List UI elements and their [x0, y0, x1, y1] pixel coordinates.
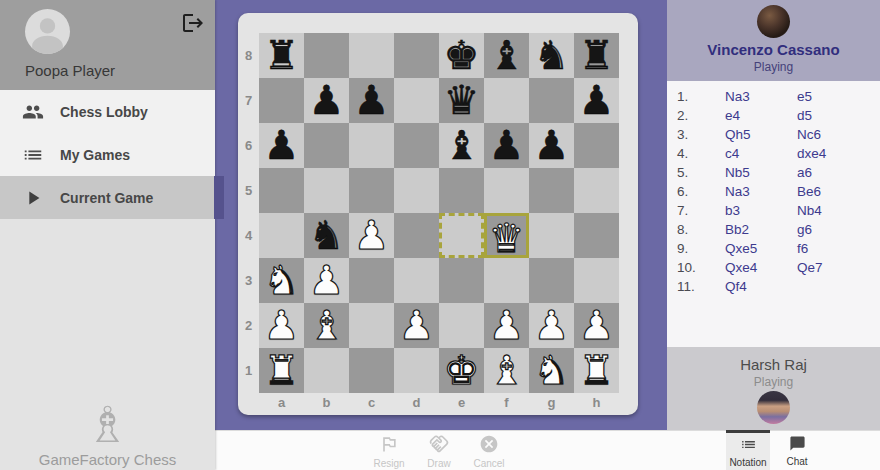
rank-label-6: 6 — [238, 123, 259, 168]
move-row: 11.Qf4 — [667, 277, 880, 296]
square-f4[interactable]: ♛ — [484, 213, 529, 258]
file-label-g: g — [529, 393, 574, 415]
tab-notation-label: Notation — [729, 457, 766, 468]
square-d8[interactable] — [394, 33, 439, 78]
sidebar-nav: Chess Lobby My Games Current Game — [0, 90, 215, 219]
black-pawn-h7: ♟ — [574, 78, 619, 122]
square-e6[interactable]: ♝ — [439, 123, 484, 168]
black-move — [797, 277, 880, 296]
square-h7[interactable]: ♟ — [574, 78, 619, 123]
file-label-c: c — [349, 393, 394, 415]
move-row: 5.Nb5a6 — [667, 163, 880, 182]
sidebar-item-label: Current Game — [60, 190, 153, 206]
rank-label-3: 3 — [238, 258, 259, 303]
square-d1[interactable] — [394, 348, 439, 393]
tab-notation[interactable]: Notation — [726, 430, 770, 470]
move-number: 5. — [677, 163, 725, 182]
black-move[interactable]: dxe4 — [797, 144, 880, 163]
board-area: 87654321 ♜♚♝♞♜♟♟♛♟♟♝♟♟♞♟♛♞♟♟♝♟♟♟♟♜♚♝♞♜ a… — [215, 0, 667, 430]
white-move[interactable]: Qxe5 — [725, 239, 797, 258]
tab-chat[interactable]: Chat — [774, 430, 820, 470]
square-g4[interactable] — [529, 213, 574, 258]
square-c7[interactable]: ♟ — [349, 78, 394, 123]
sidebar-item-label: My Games — [60, 147, 130, 163]
board-grid: ♜♚♝♞♜♟♟♛♟♟♝♟♟♞♟♛♞♟♟♝♟♟♟♟♜♚♝♞♜ — [259, 33, 619, 393]
move-number: 1. — [677, 87, 725, 106]
square-d2[interactable]: ♟ — [394, 303, 439, 348]
opponent-status: Playing — [667, 60, 880, 74]
cancel-button[interactable]: Cancel — [464, 431, 514, 470]
rank-labels: 87654321 — [238, 33, 259, 393]
move-number: 7. — [677, 201, 725, 220]
square-h6[interactable] — [574, 123, 619, 168]
square-b3[interactable]: ♟ — [304, 258, 349, 303]
square-f5[interactable] — [484, 168, 529, 213]
black-move[interactable]: g6 — [797, 220, 880, 239]
bottom-bar: Resign Draw Cancel Notation — [215, 430, 880, 470]
white-bishop-b2: ♝ — [304, 303, 349, 347]
black-move[interactable]: d5 — [797, 106, 880, 125]
draw-label: Draw — [427, 458, 450, 469]
white-knight-a3: ♞ — [259, 258, 304, 302]
black-move[interactable]: a6 — [797, 163, 880, 182]
square-d5[interactable] — [394, 168, 439, 213]
black-move[interactable]: Be6 — [797, 182, 880, 201]
white-move[interactable]: Na3 — [725, 87, 797, 106]
square-f1[interactable]: ♝ — [484, 348, 529, 393]
black-move[interactable]: f6 — [797, 239, 880, 258]
chess-app: Poopa Player Chess Lobby My Games Curren… — [0, 0, 880, 470]
black-pawn-b7: ♟ — [304, 78, 349, 122]
file-label-a: a — [259, 393, 304, 415]
black-rook-a8: ♜ — [259, 33, 304, 77]
move-row: 6.Na3Be6 — [667, 182, 880, 201]
white-rook-h1: ♜ — [574, 348, 619, 392]
people-icon — [22, 101, 44, 123]
file-label-d: d — [394, 393, 439, 415]
move-list[interactable]: 1.Na3e52.e4d53.Qh5Nc64.c4dxe45.Nb5a66.Na… — [667, 81, 880, 347]
player-card: Harsh Raj Playing — [667, 347, 880, 430]
white-move[interactable]: b3 — [725, 201, 797, 220]
square-d7[interactable] — [394, 78, 439, 123]
white-bishop-f1: ♝ — [484, 348, 529, 392]
square-g1[interactable]: ♞ — [529, 348, 574, 393]
white-rook-a1: ♜ — [259, 348, 304, 392]
white-move[interactable]: Bb2 — [725, 220, 797, 239]
white-queen-f4: ♛ — [487, 216, 526, 260]
rank-label-5: 5 — [238, 168, 259, 213]
square-a6[interactable]: ♟ — [259, 123, 304, 168]
square-b4[interactable]: ♞ — [304, 213, 349, 258]
square-b6[interactable] — [304, 123, 349, 168]
white-move[interactable]: e4 — [725, 106, 797, 125]
square-a1[interactable]: ♜ — [259, 348, 304, 393]
white-move[interactable]: Qf4 — [725, 277, 797, 296]
list-icon — [22, 144, 44, 166]
flag-icon — [379, 434, 399, 457]
white-move[interactable]: c4 — [725, 144, 797, 163]
app-logo: ♗ GameFactory Chess — [0, 399, 215, 468]
opponent-card: Vincenzo Cassano Playing — [667, 0, 880, 81]
rank-label-7: 7 — [238, 78, 259, 123]
white-pawn-a2: ♟ — [259, 303, 304, 347]
square-d4[interactable] — [394, 213, 439, 258]
white-pawn-h2: ♟ — [574, 303, 619, 347]
game-actions: Resign Draw Cancel — [364, 431, 514, 470]
white-pawn-g2: ♟ — [529, 303, 574, 347]
move-number: 11. — [677, 277, 725, 296]
square-b2[interactable]: ♝ — [304, 303, 349, 348]
move-row: 1.Na3e5 — [667, 87, 880, 106]
draw-button[interactable]: Draw — [414, 431, 464, 470]
square-g3[interactable] — [529, 258, 574, 303]
black-pawn-c7: ♟ — [349, 78, 394, 122]
cancel-label: Cancel — [473, 458, 504, 469]
move-number: 8. — [677, 220, 725, 239]
square-h4[interactable] — [574, 213, 619, 258]
player-avatar — [757, 391, 790, 424]
file-label-h: h — [574, 393, 619, 415]
person-silhouette-icon — [25, 9, 70, 54]
square-c6[interactable] — [349, 123, 394, 168]
white-pawn-b3: ♟ — [304, 258, 349, 302]
square-f6[interactable]: ♟ — [484, 123, 529, 168]
file-label-f: f — [484, 393, 529, 415]
square-e5[interactable] — [439, 168, 484, 213]
square-g7[interactable] — [529, 78, 574, 123]
list-icon — [740, 436, 757, 456]
chess-board: 87654321 ♜♚♝♞♜♟♟♛♟♟♝♟♟♞♟♛♞♟♟♝♟♟♟♟♜♚♝♞♜ a… — [238, 13, 638, 415]
move-number: 2. — [677, 106, 725, 125]
handshake-icon — [429, 434, 449, 457]
move-number: 3. — [677, 125, 725, 144]
square-h2[interactable]: ♟ — [574, 303, 619, 348]
square-f2[interactable]: ♟ — [484, 303, 529, 348]
square-d6[interactable] — [394, 123, 439, 168]
square-c4[interactable]: ♟ — [349, 213, 394, 258]
square-h5[interactable] — [574, 168, 619, 213]
square-a5[interactable] — [259, 168, 304, 213]
move-number: 10. — [677, 258, 725, 277]
white-move[interactable]: Nb5 — [725, 163, 797, 182]
square-e4[interactable] — [439, 213, 484, 258]
black-knight-b4: ♞ — [304, 213, 349, 257]
cancel-icon — [479, 434, 499, 457]
black-bishop-f8: ♝ — [484, 33, 529, 77]
resign-label: Resign — [373, 458, 404, 469]
square-b7[interactable]: ♟ — [304, 78, 349, 123]
white-pawn-f2: ♟ — [484, 303, 529, 347]
white-king-e1: ♚ — [439, 348, 484, 392]
file-label-e: e — [439, 393, 484, 415]
move-row: 7.b3Nb4 — [667, 201, 880, 220]
profile-header: Poopa Player — [0, 0, 215, 90]
square-h1[interactable]: ♜ — [574, 348, 619, 393]
black-move[interactable]: Nc6 — [797, 125, 880, 144]
user-avatar — [25, 9, 70, 54]
square-c3[interactable] — [349, 258, 394, 303]
chat-icon — [789, 435, 806, 455]
square-h8[interactable]: ♜ — [574, 33, 619, 78]
profile-name: Poopa Player — [25, 62, 115, 79]
square-e7[interactable]: ♛ — [439, 78, 484, 123]
square-g2[interactable]: ♟ — [529, 303, 574, 348]
square-e2[interactable] — [439, 303, 484, 348]
square-b1[interactable] — [304, 348, 349, 393]
square-a8[interactable]: ♜ — [259, 33, 304, 78]
rank-label-8: 8 — [238, 33, 259, 78]
game-info-panel: Vincenzo Cassano Playing 1.Na3e52.e4d53.… — [667, 0, 880, 430]
square-e3[interactable] — [439, 258, 484, 303]
square-c8[interactable] — [349, 33, 394, 78]
square-e8[interactable]: ♚ — [439, 33, 484, 78]
black-pawn-g6: ♟ — [529, 123, 574, 167]
white-move[interactable]: Na3 — [725, 182, 797, 201]
rank-label-4: 4 — [238, 213, 259, 258]
square-a2[interactable]: ♟ — [259, 303, 304, 348]
move-row: 9.Qxe5f6 — [667, 239, 880, 258]
square-g6[interactable]: ♟ — [529, 123, 574, 168]
sidebar-item-current-game[interactable]: Current Game — [0, 176, 215, 219]
white-move[interactable]: Qxe4 — [725, 258, 797, 277]
opponent-avatar — [757, 5, 790, 38]
white-pawn-c4: ♟ — [349, 213, 394, 257]
app-logo-text: GameFactory Chess — [0, 451, 215, 468]
square-g5[interactable] — [529, 168, 574, 213]
resign-button[interactable]: Resign — [364, 431, 414, 470]
white-knight-g1: ♞ — [529, 348, 574, 392]
player-status: Playing — [667, 375, 880, 389]
black-queen-e7: ♛ — [439, 78, 484, 122]
square-a3[interactable]: ♞ — [259, 258, 304, 303]
play-icon — [22, 187, 44, 209]
square-f7[interactable] — [484, 78, 529, 123]
square-e1[interactable]: ♚ — [439, 348, 484, 393]
move-row: 3.Qh5Nc6 — [667, 125, 880, 144]
white-pawn-d2: ♟ — [394, 303, 439, 347]
black-bishop-e6: ♝ — [439, 123, 484, 167]
black-move[interactable]: e5 — [797, 87, 880, 106]
move-row: 10.Qxe4Qe7 — [667, 258, 880, 277]
square-c2[interactable] — [349, 303, 394, 348]
square-f3[interactable] — [484, 258, 529, 303]
square-c5[interactable] — [349, 168, 394, 213]
black-knight-g8: ♞ — [529, 33, 574, 77]
black-rook-h8: ♜ — [574, 33, 619, 77]
player-name: Harsh Raj — [667, 356, 880, 373]
square-c1[interactable] — [349, 348, 394, 393]
black-king-e8: ♚ — [439, 33, 484, 77]
square-b5[interactable] — [304, 168, 349, 213]
opponent-name: Vincenzo Cassano — [667, 41, 880, 58]
logout-icon[interactable] — [181, 11, 205, 35]
move-row: 2.e4d5 — [667, 106, 880, 125]
black-move[interactable]: Nb4 — [797, 201, 880, 220]
move-row: 4.c4dxe4 — [667, 144, 880, 163]
move-number: 4. — [677, 144, 725, 163]
black-pawn-f6: ♟ — [484, 123, 529, 167]
square-f8[interactable]: ♝ — [484, 33, 529, 78]
sidebar: Poopa Player Chess Lobby My Games Curren… — [0, 0, 215, 470]
move-row: 8.Bb2g6 — [667, 220, 880, 239]
square-h3[interactable] — [574, 258, 619, 303]
sidebar-item-label: Chess Lobby — [60, 104, 148, 120]
white-move[interactable]: Qh5 — [725, 125, 797, 144]
move-number: 9. — [677, 239, 725, 258]
rank-label-1: 1 — [238, 348, 259, 393]
square-a7[interactable] — [259, 78, 304, 123]
rank-label-2: 2 — [238, 303, 259, 348]
square-b8[interactable] — [304, 33, 349, 78]
square-a4[interactable] — [259, 213, 304, 258]
square-g8[interactable]: ♞ — [529, 33, 574, 78]
bishop-logo-icon: ♗ — [0, 399, 215, 451]
black-move[interactable]: Qe7 — [797, 258, 880, 277]
file-labels: abcdefgh — [259, 393, 619, 415]
sidebar-item-my-games[interactable]: My Games — [0, 133, 215, 176]
black-pawn-a6: ♟ — [259, 123, 304, 167]
move-number: 6. — [677, 182, 725, 201]
sidebar-item-chess-lobby[interactable]: Chess Lobby — [0, 90, 215, 133]
file-label-b: b — [304, 393, 349, 415]
tab-chat-label: Chat — [786, 456, 807, 467]
square-d3[interactable] — [394, 258, 439, 303]
